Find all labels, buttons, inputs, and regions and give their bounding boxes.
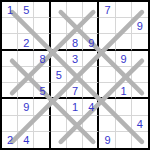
cell-r6c8[interactable]: 1 xyxy=(116,83,132,99)
cell-r4c2[interactable] xyxy=(18,51,34,67)
cell-r8c7[interactable] xyxy=(99,116,115,132)
cell-r7c3[interactable] xyxy=(34,99,50,115)
cell-r7c4[interactable] xyxy=(51,99,67,115)
cell-r6c4[interactable] xyxy=(51,83,67,99)
cell-r2c2[interactable] xyxy=(18,18,34,34)
cell-r2c9[interactable]: 9 xyxy=(132,18,148,34)
cell-r8c5[interactable] xyxy=(67,116,83,132)
cell-r1c3[interactable] xyxy=(34,2,50,18)
cell-r7c2[interactable]: 9 xyxy=(18,99,34,115)
cell-r2c8[interactable] xyxy=(116,18,132,34)
cell-r3c6[interactable]: 9 xyxy=(83,34,99,50)
cell-r8c2[interactable] xyxy=(18,116,34,132)
cell-r9c5[interactable] xyxy=(67,132,83,148)
cell-r1c2[interactable]: 5 xyxy=(18,2,34,18)
cell-r9c1[interactable]: 2 xyxy=(2,132,18,148)
cell-r6c2[interactable] xyxy=(18,83,34,99)
cell-r2c1[interactable] xyxy=(2,18,18,34)
cell-r4c7[interactable] xyxy=(99,51,115,67)
grid-digits-layer: 157928983955719144249 xyxy=(2,2,148,148)
cell-r8c4[interactable] xyxy=(51,116,67,132)
cell-r2c3[interactable] xyxy=(34,18,50,34)
cell-r4c1[interactable] xyxy=(2,51,18,67)
cell-r5c5[interactable] xyxy=(67,67,83,83)
cell-r4c6[interactable] xyxy=(83,51,99,67)
cell-r3c8[interactable] xyxy=(116,34,132,50)
cell-r5c4[interactable]: 5 xyxy=(51,67,67,83)
cell-r9c8[interactable] xyxy=(116,132,132,148)
cell-r1c6[interactable] xyxy=(83,2,99,18)
sudoku-board: 157928983955719144249 xyxy=(0,0,150,150)
cell-r1c9[interactable] xyxy=(132,2,148,18)
cell-r3c9[interactable] xyxy=(132,34,148,50)
cell-r9c9[interactable] xyxy=(132,132,148,148)
cell-r5c6[interactable] xyxy=(83,67,99,83)
cell-r7c8[interactable] xyxy=(116,99,132,115)
cell-r6c6[interactable] xyxy=(83,83,99,99)
cell-r7c5[interactable]: 1 xyxy=(67,99,83,115)
cell-r5c8[interactable] xyxy=(116,67,132,83)
cell-r1c7[interactable]: 7 xyxy=(99,2,115,18)
cell-r5c3[interactable] xyxy=(34,67,50,83)
cell-r1c4[interactable] xyxy=(51,2,67,18)
cell-r9c2[interactable]: 4 xyxy=(18,132,34,148)
cell-r5c1[interactable] xyxy=(2,67,18,83)
cell-r9c3[interactable] xyxy=(34,132,50,148)
cell-r2c7[interactable] xyxy=(99,18,115,34)
cell-r6c5[interactable]: 7 xyxy=(67,83,83,99)
cell-r6c1[interactable] xyxy=(2,83,18,99)
cell-r8c6[interactable] xyxy=(83,116,99,132)
cell-r7c9[interactable] xyxy=(132,99,148,115)
cell-r4c3[interactable]: 8 xyxy=(34,51,50,67)
cell-r7c6[interactable]: 4 xyxy=(83,99,99,115)
cell-r8c3[interactable] xyxy=(34,116,50,132)
cell-r6c7[interactable] xyxy=(99,83,115,99)
cell-r5c7[interactable] xyxy=(99,67,115,83)
cell-r7c7[interactable] xyxy=(99,99,115,115)
cell-r8c8[interactable] xyxy=(116,116,132,132)
cell-r3c4[interactable] xyxy=(51,34,67,50)
cell-r3c7[interactable] xyxy=(99,34,115,50)
cell-r5c9[interactable] xyxy=(132,67,148,83)
cell-r4c5[interactable]: 3 xyxy=(67,51,83,67)
cell-r3c2[interactable]: 2 xyxy=(18,34,34,50)
cell-r7c1[interactable] xyxy=(2,99,18,115)
cell-r3c1[interactable] xyxy=(2,34,18,50)
cell-r3c5[interactable]: 8 xyxy=(67,34,83,50)
cell-r6c3[interactable]: 5 xyxy=(34,83,50,99)
cell-r1c8[interactable] xyxy=(116,2,132,18)
cell-r9c6[interactable] xyxy=(83,132,99,148)
cell-r5c2[interactable] xyxy=(18,67,34,83)
cell-r8c1[interactable] xyxy=(2,116,18,132)
cell-r4c8[interactable]: 9 xyxy=(116,51,132,67)
cell-r1c1[interactable]: 1 xyxy=(2,2,18,18)
cell-r2c4[interactable] xyxy=(51,18,67,34)
cell-r9c4[interactable] xyxy=(51,132,67,148)
cell-r3c3[interactable] xyxy=(34,34,50,50)
cell-r2c6[interactable] xyxy=(83,18,99,34)
cell-r8c9[interactable]: 4 xyxy=(132,116,148,132)
cell-r4c4[interactable] xyxy=(51,51,67,67)
cell-r1c5[interactable] xyxy=(67,2,83,18)
cell-r6c9[interactable] xyxy=(132,83,148,99)
cell-r9c7[interactable]: 9 xyxy=(99,132,115,148)
cell-r4c9[interactable] xyxy=(132,51,148,67)
cell-r2c5[interactable] xyxy=(67,18,83,34)
